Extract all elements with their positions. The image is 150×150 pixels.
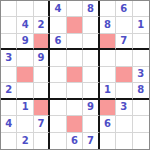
cell-r9-c9[interactable] [133, 133, 149, 149]
cell-r9-c6[interactable]: 7 [83, 133, 99, 149]
cell-r8-c8[interactable] [116, 116, 132, 132]
cell-r7-c5[interactable] [67, 100, 83, 116]
cell-r2-c2[interactable]: 4 [17, 17, 33, 33]
cell-r1-c5[interactable] [67, 1, 83, 17]
cell-r7-c9[interactable] [133, 100, 149, 116]
cell-r9-c1[interactable] [1, 133, 17, 149]
cell-r1-c7[interactable] [100, 1, 116, 17]
cell-r7-c8[interactable]: 3 [116, 100, 132, 116]
cell-r3-c4[interactable]: 6 [50, 34, 66, 50]
cell-r8-c7[interactable]: 6 [100, 116, 116, 132]
cell-r5-c7[interactable] [100, 67, 116, 83]
cell-r2-c8[interactable] [116, 17, 132, 33]
cell-r2-c6[interactable] [83, 17, 99, 33]
cell-r4-c7[interactable] [100, 50, 116, 66]
cell-r1-c6[interactable]: 8 [83, 1, 99, 17]
cell-r7-c6[interactable]: 9 [83, 100, 99, 116]
cell-r8-c5[interactable] [67, 116, 83, 132]
cell-r3-c3[interactable] [34, 34, 50, 50]
cell-r2-c5[interactable] [67, 17, 83, 33]
cell-r8-c4[interactable] [50, 116, 66, 132]
cell-r6-c2[interactable] [17, 83, 33, 99]
cell-r1-c9[interactable] [133, 1, 149, 17]
cell-r2-c7[interactable]: 8 [100, 17, 116, 33]
cell-r7-c4[interactable] [50, 100, 66, 116]
cell-r2-c3[interactable]: 2 [34, 17, 50, 33]
cell-r6-c6[interactable] [83, 83, 99, 99]
cell-r5-c3[interactable] [34, 67, 50, 83]
cell-r7-c2[interactable]: 1 [17, 100, 33, 116]
cell-r6-c4[interactable] [50, 83, 66, 99]
cell-r2-c9[interactable]: 1 [133, 17, 149, 33]
cell-r7-c7[interactable] [100, 100, 116, 116]
cell-r1-c4[interactable]: 4 [50, 1, 66, 17]
cell-r8-c3[interactable]: 7 [34, 116, 50, 132]
cell-r4-c9[interactable] [133, 50, 149, 66]
cell-r1-c8[interactable]: 6 [116, 1, 132, 17]
cell-r4-c8[interactable] [116, 50, 132, 66]
cell-r1-c1[interactable] [1, 1, 17, 17]
cell-r3-c6[interactable] [83, 34, 99, 50]
cell-r3-c8[interactable]: 7 [116, 34, 132, 50]
cell-r8-c2[interactable] [17, 116, 33, 132]
cell-r9-c4[interactable] [50, 133, 66, 149]
cell-r4-c5[interactable] [67, 50, 83, 66]
cell-r8-c1[interactable]: 4 [1, 116, 17, 132]
cell-r2-c4[interactable] [50, 17, 66, 33]
cell-r5-c2[interactable] [17, 67, 33, 83]
cell-r7-c3[interactable] [34, 100, 50, 116]
cell-r5-c5[interactable] [67, 67, 83, 83]
cell-r1-c3[interactable] [34, 1, 50, 17]
cell-r5-c6[interactable] [83, 67, 99, 83]
cell-r4-c2[interactable] [17, 50, 33, 66]
cell-r4-c4[interactable] [50, 50, 66, 66]
cell-r3-c2[interactable]: 9 [17, 34, 33, 50]
cell-r6-c8[interactable] [116, 83, 132, 99]
cell-r9-c2[interactable]: 2 [17, 133, 33, 149]
cell-r6-c7[interactable]: 1 [100, 83, 116, 99]
cell-r4-c6[interactable] [83, 50, 99, 66]
cell-r4-c3[interactable]: 9 [34, 50, 50, 66]
cell-r9-c8[interactable] [116, 133, 132, 149]
cell-r9-c7[interactable] [100, 133, 116, 149]
sudoku-board: 4864281967393218193476267 [0, 0, 150, 150]
cell-r6-c5[interactable] [67, 83, 83, 99]
cell-r5-c4[interactable] [50, 67, 66, 83]
cell-r4-c1[interactable]: 3 [1, 50, 17, 66]
cell-r7-c1[interactable] [1, 100, 17, 116]
cell-r6-c3[interactable] [34, 83, 50, 99]
cell-r8-c9[interactable] [133, 116, 149, 132]
cell-r9-c5[interactable]: 6 [67, 133, 83, 149]
cell-r2-c1[interactable] [1, 17, 17, 33]
cell-r3-c1[interactable] [1, 34, 17, 50]
cell-r5-c9[interactable]: 3 [133, 67, 149, 83]
cell-r5-c8[interactable] [116, 67, 132, 83]
cell-r8-c6[interactable] [83, 116, 99, 132]
cell-r1-c2[interactable] [17, 1, 33, 17]
cell-r9-c3[interactable] [34, 133, 50, 149]
cell-r3-c9[interactable] [133, 34, 149, 50]
cell-r3-c5[interactable] [67, 34, 83, 50]
cell-r3-c7[interactable] [100, 34, 116, 50]
cell-r6-c9[interactable]: 8 [133, 83, 149, 99]
cell-r6-c1[interactable]: 2 [1, 83, 17, 99]
cell-r5-c1[interactable] [1, 67, 17, 83]
